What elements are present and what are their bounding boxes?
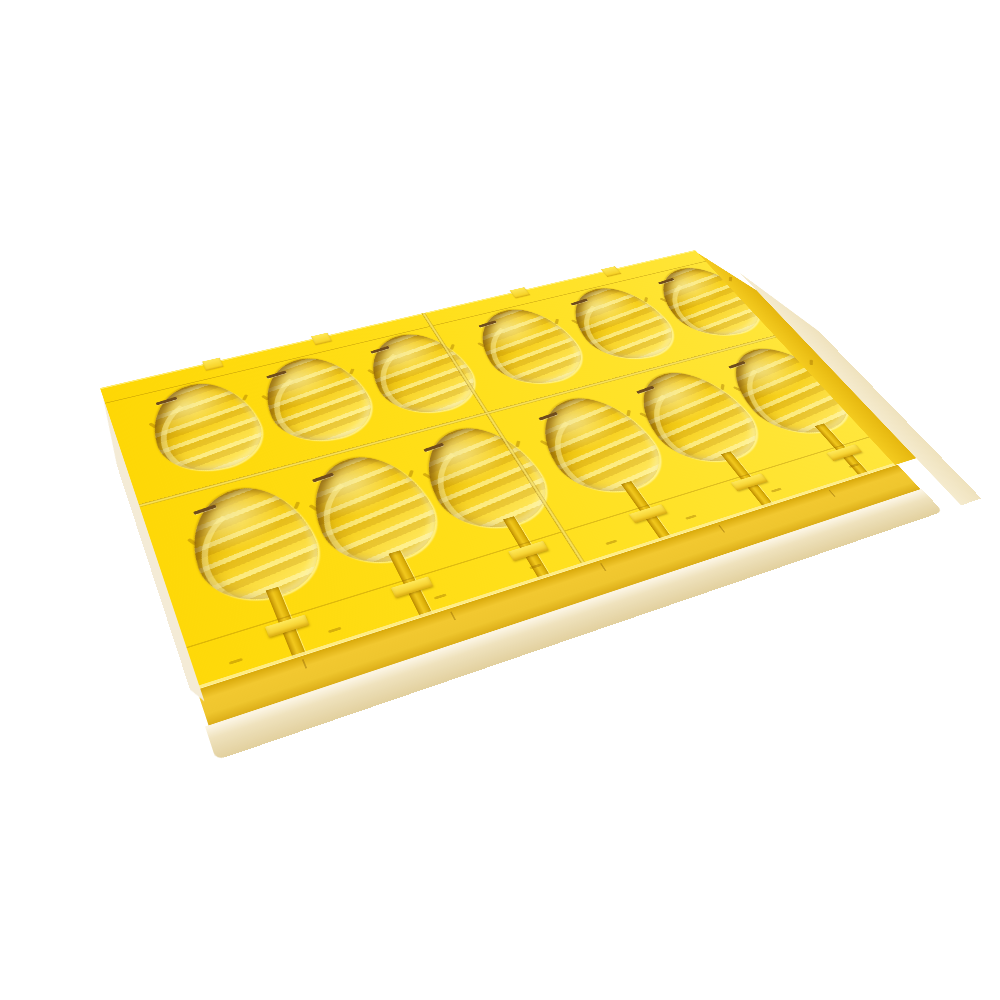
cavity-rim-notch xyxy=(644,297,648,302)
rail-tick-mark xyxy=(328,627,342,633)
alignment-tab xyxy=(202,358,223,371)
rail-tick-mark xyxy=(605,540,617,546)
cavity-rim-notch xyxy=(242,394,248,400)
egg-cavity xyxy=(251,349,385,451)
rail-tick-mark xyxy=(685,515,697,520)
rail-tick-mark xyxy=(771,488,782,493)
rail-tick-mark xyxy=(229,658,243,665)
tray-grid xyxy=(100,250,695,388)
cavity-rim-notch xyxy=(729,277,732,282)
cavity-rim-notch xyxy=(721,384,725,390)
cavity-rim-notch xyxy=(555,319,559,324)
cavity-rim-notch xyxy=(349,368,355,374)
cavity-rim-notch xyxy=(293,501,300,509)
cavity-rim-notch xyxy=(810,359,813,365)
cavity-rim-notch xyxy=(408,470,414,477)
cavity-rim-notch xyxy=(626,410,630,416)
alignment-tab xyxy=(311,333,332,345)
mold-plane xyxy=(100,250,895,688)
back-edge-bevel xyxy=(425,250,696,314)
egg-cavity xyxy=(176,476,333,615)
product-photo xyxy=(0,0,1000,1000)
rail-tick-mark xyxy=(434,594,447,600)
